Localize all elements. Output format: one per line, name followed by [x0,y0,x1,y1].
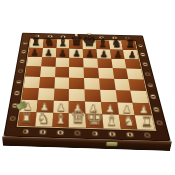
piece-black-pawn: ♟ [114,49,122,58]
square-h3 [131,90,149,102]
square-c4 [54,77,69,88]
square-f7: ♟ [96,49,111,58]
frame-medallion [144,72,150,76]
square-g3 [115,90,133,102]
piece-white-rook: ♜ [140,116,152,130]
square-a5 [25,66,41,77]
square-h6 [125,59,141,69]
frame-medallion [40,129,47,135]
piece-white-queen: ♛ [69,109,85,127]
piece-black-pawn: ♟ [31,48,39,57]
piece-black-pawn: ♟ [58,48,66,57]
square-d3 [69,89,85,101]
frame-medallion [126,132,133,138]
square-c6 [55,57,69,67]
square-c5 [55,67,70,78]
square-e3 [84,89,100,101]
square-f6 [97,58,112,68]
piece-black-knight: ♞ [44,36,54,48]
frame-medallion [156,120,164,125]
square-e5 [84,68,99,79]
square-e7: ♟ [83,49,97,58]
piece-black-pawn: ♟ [72,48,80,57]
frame-medallion [22,129,29,135]
brass-clasp [106,142,117,146]
square-h1: ♜ [135,115,155,130]
piece-white-bishop: ♝ [53,111,67,127]
square-e4 [84,78,100,90]
square-g5 [112,68,128,79]
piece-black-pawn: ♟ [128,50,136,59]
square-f3 [100,90,117,102]
frame-medallion [140,53,146,57]
frame-medallion [18,69,24,73]
square-d1: ♛ [69,113,86,127]
frame-medallion [99,36,104,39]
frame-medallion [142,62,148,66]
frame-medallion [57,130,64,136]
frame-medallion [14,91,20,96]
piece-black-pawn: ♟ [86,49,94,58]
frame-medallion [144,132,152,138]
piece-black-pawn: ♟ [45,48,53,57]
piece-white-knight: ♞ [37,112,50,127]
square-g7: ♟ [110,49,125,59]
square-a7: ♟ [28,48,43,57]
board-grid: ♜♞♝♛♚♝♞♜♟♟♟♟♟♟♟♟♟♟♟♟♟♟♟♟♜♞♝♛♚♝♞♜ [18,39,155,130]
board-frame: ♜♞♝♛♚♝♞♜♟♟♟♟♟♟♟♟♟♟♟♟♟♟♟♟♜♞♝♛♚♝♞♜ [3,33,170,142]
square-h5 [127,69,144,80]
piece-finial [88,32,91,35]
square-e6 [83,58,98,68]
square-d4 [69,78,84,90]
square-h4 [128,79,145,91]
square-g1: ♞ [119,115,138,129]
frame-medallion [9,116,16,121]
square-b1: ♞ [35,113,53,127]
square-c3 [53,88,69,100]
frame-medallion [112,36,117,39]
square-b5 [40,67,55,78]
frame-medallion [147,83,154,87]
square-b7: ♟ [42,48,56,57]
frame-medallion [61,35,66,38]
chess-set-photo: ♜♞♝♛♚♝♞♜♟♟♟♟♟♟♟♟♟♟♟♟♟♟♟♟♜♞♝♛♚♝♞♜ [0,0,175,175]
square-f5 [98,68,114,79]
square-a1: ♜ [18,112,36,126]
frame-medallion [22,41,27,44]
piece-white-rook: ♜ [21,112,33,126]
frame-medallion [92,131,99,137]
square-c7: ♟ [56,48,70,57]
square-e1: ♚ [85,114,103,128]
square-b6 [41,57,56,67]
square-g4 [114,79,131,91]
frame-medallion [109,131,116,137]
square-h7: ♟ [123,50,139,60]
square-d7: ♟ [69,48,83,57]
piece-white-king: ♚ [86,108,104,128]
square-b3 [38,88,54,100]
square-a4 [24,77,40,88]
square-a3 [22,88,39,100]
frame-medallion [138,44,144,47]
frame-medallion [150,95,157,100]
chessboard: ♜♞♝♛♚♝♞♜♟♟♟♟♟♟♟♟♟♟♟♟♟♟♟♟♜♞♝♛♚♝♞♜ [3,33,170,142]
piece-white-knight: ♞ [122,114,135,129]
piece-white-bishop: ♝ [105,112,119,128]
square-a6 [27,57,42,67]
square-b4 [39,77,55,88]
square-f1: ♝ [102,114,120,128]
square-f4 [99,78,115,90]
frame-medallion [21,50,27,53]
piece-black-rook: ♜ [125,39,135,50]
piece-black-pawn: ♟ [100,49,108,58]
chessboard-scene: ♜♞♝♛♚♝♞♜♟♟♟♟♟♟♟♟♟♟♟♟♟♟♟♟♜♞♝♛♚♝♞♜ [14,8,154,148]
frame-medallion [74,130,81,136]
square-c1: ♝ [52,113,69,127]
square-d5 [69,67,84,78]
piece-black-knight: ♞ [111,38,121,50]
square-d6 [69,58,83,68]
frame-medallion [16,80,22,84]
frame-medallion [153,107,160,112]
frame-medallion [19,59,25,63]
